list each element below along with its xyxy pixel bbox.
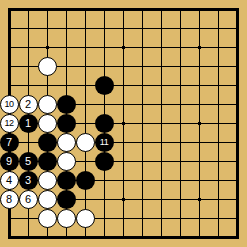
intersection-12-3[interactable] <box>209 38 228 57</box>
intersection-11-3[interactable] <box>190 38 209 57</box>
intersection-6-3[interactable] <box>95 38 114 57</box>
intersection-6-6[interactable] <box>95 95 114 114</box>
intersection-4-5[interactable] <box>57 76 76 95</box>
intersection-10-4[interactable] <box>171 57 190 76</box>
intersection-6-13[interactable] <box>95 228 114 247</box>
intersection-10-6[interactable] <box>171 95 190 114</box>
intersection-2-1[interactable] <box>19 0 38 19</box>
intersection-3-13[interactable] <box>38 228 57 247</box>
intersection-7-3[interactable] <box>114 38 133 57</box>
white-stone <box>57 152 76 171</box>
intersection-11-11[interactable] <box>190 190 209 209</box>
intersection-1-6[interactable]: 10 <box>0 95 19 114</box>
intersection-3-11[interactable] <box>38 190 57 209</box>
intersection-5-4[interactable] <box>76 57 95 76</box>
intersection-13-9[interactable] <box>228 152 247 171</box>
intersection-12-7[interactable] <box>209 114 228 133</box>
intersection-3-3[interactable] <box>38 38 57 57</box>
intersection-12-11[interactable] <box>209 190 228 209</box>
intersection-7-13[interactable] <box>114 228 133 247</box>
intersection-6-2[interactable] <box>95 19 114 38</box>
intersection-13-11[interactable] <box>228 190 247 209</box>
intersection-12-10[interactable] <box>209 171 228 190</box>
intersection-9-12[interactable] <box>152 209 171 228</box>
move-number-label: 1 <box>25 118 31 129</box>
intersection-3-1[interactable] <box>38 0 57 19</box>
intersection-8-9[interactable] <box>133 152 152 171</box>
intersection-13-12[interactable] <box>228 209 247 228</box>
intersection-6-5[interactable] <box>95 76 114 95</box>
black-stone: 11 <box>95 133 114 152</box>
white-stone <box>76 209 95 228</box>
move-number-label: 3 <box>25 175 31 186</box>
intersection-13-8[interactable] <box>228 133 247 152</box>
intersection-7-6[interactable] <box>114 95 133 114</box>
intersection-10-12[interactable] <box>171 209 190 228</box>
intersection-6-8[interactable]: 11 <box>95 133 114 152</box>
intersection-2-6[interactable]: 2 <box>19 95 38 114</box>
intersection-13-10[interactable] <box>228 171 247 190</box>
intersection-4-4[interactable] <box>57 57 76 76</box>
black-stone <box>57 190 76 209</box>
intersection-11-13[interactable] <box>190 228 209 247</box>
intersection-13-13[interactable] <box>228 228 247 247</box>
white-stone <box>38 114 57 133</box>
intersection-10-2[interactable] <box>171 19 190 38</box>
black-stone <box>57 171 76 190</box>
intersection-5-2[interactable] <box>76 19 95 38</box>
intersection-10-9[interactable] <box>171 152 190 171</box>
intersection-3-5[interactable] <box>38 76 57 95</box>
intersection-3-10[interactable] <box>38 171 57 190</box>
intersection-3-8[interactable] <box>38 133 57 152</box>
intersection-3-2[interactable] <box>38 19 57 38</box>
intersection-3-7[interactable] <box>38 114 57 133</box>
intersection-11-7[interactable] <box>190 114 209 133</box>
move-number-label: 6 <box>25 194 31 205</box>
black-stone <box>95 114 114 133</box>
white-stone <box>57 133 76 152</box>
white-stone <box>38 209 57 228</box>
black-stone <box>57 95 76 114</box>
go-board: 102121711954386 <box>0 0 247 247</box>
intersection-13-4[interactable] <box>228 57 247 76</box>
intersection-8-13[interactable] <box>133 228 152 247</box>
intersection-4-3[interactable] <box>57 38 76 57</box>
intersection-11-6[interactable] <box>190 95 209 114</box>
intersection-1-7[interactable]: 12 <box>0 114 19 133</box>
intersection-8-5[interactable] <box>133 76 152 95</box>
intersection-7-11[interactable] <box>114 190 133 209</box>
intersection-7-12[interactable] <box>114 209 133 228</box>
intersection-3-6[interactable] <box>38 95 57 114</box>
black-stone: 3 <box>19 171 38 190</box>
intersection-2-3[interactable] <box>19 38 38 57</box>
intersection-10-1[interactable] <box>171 0 190 19</box>
intersection-11-1[interactable] <box>190 0 209 19</box>
intersection-7-8[interactable] <box>114 133 133 152</box>
intersection-6-10[interactable] <box>95 171 114 190</box>
intersection-11-10[interactable] <box>190 171 209 190</box>
intersection-11-2[interactable] <box>190 19 209 38</box>
intersection-9-8[interactable] <box>152 133 171 152</box>
intersection-7-2[interactable] <box>114 19 133 38</box>
intersection-7-5[interactable] <box>114 76 133 95</box>
intersection-2-11[interactable]: 6 <box>19 190 38 209</box>
move-number-label: 11 <box>100 138 108 147</box>
intersection-1-13[interactable] <box>0 228 19 247</box>
intersection-2-5[interactable] <box>19 76 38 95</box>
intersection-5-13[interactable] <box>76 228 95 247</box>
intersection-4-8[interactable] <box>57 133 76 152</box>
intersection-5-11[interactable] <box>76 190 95 209</box>
intersection-3-12[interactable] <box>38 209 57 228</box>
intersection-2-4[interactable] <box>19 57 38 76</box>
intersection-13-3[interactable] <box>228 38 247 57</box>
white-stone: 10 <box>0 95 19 114</box>
intersection-1-5[interactable] <box>0 76 19 95</box>
intersection-11-5[interactable] <box>190 76 209 95</box>
intersection-5-8[interactable] <box>76 133 95 152</box>
intersection-7-9[interactable] <box>114 152 133 171</box>
intersection-9-6[interactable] <box>152 95 171 114</box>
intersection-2-2[interactable] <box>19 19 38 38</box>
move-number-label: 12 <box>4 119 13 128</box>
intersection-9-13[interactable] <box>152 228 171 247</box>
intersection-7-10[interactable] <box>114 171 133 190</box>
intersection-1-1[interactable] <box>0 0 19 19</box>
intersection-8-6[interactable] <box>133 95 152 114</box>
intersection-8-3[interactable] <box>133 38 152 57</box>
intersection-5-7[interactable] <box>76 114 95 133</box>
white-stone <box>76 133 95 152</box>
move-number-label: 4 <box>6 175 12 186</box>
intersection-4-2[interactable] <box>57 19 76 38</box>
white-stone <box>38 190 57 209</box>
intersection-10-3[interactable] <box>171 38 190 57</box>
intersection-12-12[interactable] <box>209 209 228 228</box>
intersection-6-12[interactable] <box>95 209 114 228</box>
intersection-13-1[interactable] <box>228 0 247 19</box>
intersection-4-1[interactable] <box>57 0 76 19</box>
intersection-1-10[interactable]: 4 <box>0 171 19 190</box>
intersection-13-7[interactable] <box>228 114 247 133</box>
intersection-10-10[interactable] <box>171 171 190 190</box>
intersection-8-7[interactable] <box>133 114 152 133</box>
intersection-5-3[interactable] <box>76 38 95 57</box>
intersection-5-10[interactable] <box>76 171 95 190</box>
intersection-3-4[interactable] <box>38 57 57 76</box>
white-stone <box>38 171 57 190</box>
black-stone: 9 <box>0 152 19 171</box>
intersection-5-1[interactable] <box>76 0 95 19</box>
intersection-8-10[interactable] <box>133 171 152 190</box>
intersection-6-1[interactable] <box>95 0 114 19</box>
black-stone <box>95 152 114 171</box>
intersection-10-13[interactable] <box>171 228 190 247</box>
intersection-1-4[interactable] <box>0 57 19 76</box>
intersection-2-12[interactable] <box>19 209 38 228</box>
intersection-13-6[interactable] <box>228 95 247 114</box>
intersection-4-6[interactable] <box>57 95 76 114</box>
intersection-8-12[interactable] <box>133 209 152 228</box>
white-stone: 2 <box>19 95 38 114</box>
move-number-label: 8 <box>6 194 12 205</box>
intersection-2-10[interactable]: 3 <box>19 171 38 190</box>
white-stone: 4 <box>0 171 19 190</box>
move-number-label: 2 <box>25 99 31 110</box>
intersection-12-2[interactable] <box>209 19 228 38</box>
intersection-8-1[interactable] <box>133 0 152 19</box>
intersection-grid: 102121711954386 <box>0 0 247 247</box>
intersection-12-8[interactable] <box>209 133 228 152</box>
black-stone: 1 <box>19 114 38 133</box>
intersection-2-8[interactable] <box>19 133 38 152</box>
intersection-11-9[interactable] <box>190 152 209 171</box>
intersection-4-13[interactable] <box>57 228 76 247</box>
white-stone: 6 <box>19 190 38 209</box>
move-number-label: 5 <box>25 156 31 167</box>
intersection-1-8[interactable]: 7 <box>0 133 19 152</box>
intersection-10-8[interactable] <box>171 133 190 152</box>
intersection-1-2[interactable] <box>0 19 19 38</box>
intersection-9-11[interactable] <box>152 190 171 209</box>
black-stone: 5 <box>19 152 38 171</box>
intersection-4-9[interactable] <box>57 152 76 171</box>
intersection-9-1[interactable] <box>152 0 171 19</box>
intersection-6-11[interactable] <box>95 190 114 209</box>
intersection-10-7[interactable] <box>171 114 190 133</box>
black-stone <box>95 76 114 95</box>
intersection-9-3[interactable] <box>152 38 171 57</box>
intersection-5-5[interactable] <box>76 76 95 95</box>
intersection-10-11[interactable] <box>171 190 190 209</box>
intersection-8-8[interactable] <box>133 133 152 152</box>
intersection-12-5[interactable] <box>209 76 228 95</box>
intersection-7-1[interactable] <box>114 0 133 19</box>
intersection-4-7[interactable] <box>57 114 76 133</box>
white-stone <box>38 95 57 114</box>
intersection-12-9[interactable] <box>209 152 228 171</box>
move-number-label: 10 <box>4 100 13 109</box>
intersection-5-9[interactable] <box>76 152 95 171</box>
intersection-4-11[interactable] <box>57 190 76 209</box>
intersection-2-9[interactable]: 5 <box>19 152 38 171</box>
intersection-13-5[interactable] <box>228 76 247 95</box>
intersection-13-2[interactable] <box>228 19 247 38</box>
intersection-9-2[interactable] <box>152 19 171 38</box>
intersection-12-13[interactable] <box>209 228 228 247</box>
intersection-1-9[interactable]: 9 <box>0 152 19 171</box>
intersection-2-7[interactable]: 1 <box>19 114 38 133</box>
intersection-9-5[interactable] <box>152 76 171 95</box>
intersection-12-1[interactable] <box>209 0 228 19</box>
intersection-9-10[interactable] <box>152 171 171 190</box>
intersection-2-13[interactable] <box>19 228 38 247</box>
intersection-1-12[interactable] <box>0 209 19 228</box>
intersection-9-7[interactable] <box>152 114 171 133</box>
black-stone <box>38 133 57 152</box>
white-stone: 12 <box>0 114 19 133</box>
intersection-12-4[interactable] <box>209 57 228 76</box>
intersection-4-12[interactable] <box>57 209 76 228</box>
intersection-6-4[interactable] <box>95 57 114 76</box>
intersection-11-8[interactable] <box>190 133 209 152</box>
intersection-1-3[interactable] <box>0 38 19 57</box>
intersection-3-9[interactable] <box>38 152 57 171</box>
move-number-label: 9 <box>6 156 12 167</box>
intersection-5-6[interactable] <box>76 95 95 114</box>
intersection-8-11[interactable] <box>133 190 152 209</box>
intersection-8-2[interactable] <box>133 19 152 38</box>
black-stone: 7 <box>0 133 19 152</box>
intersection-7-7[interactable] <box>114 114 133 133</box>
intersection-8-4[interactable] <box>133 57 152 76</box>
white-stone: 8 <box>0 190 19 209</box>
intersection-12-6[interactable] <box>209 95 228 114</box>
intersection-9-4[interactable] <box>152 57 171 76</box>
intersection-6-9[interactable] <box>95 152 114 171</box>
intersection-6-7[interactable] <box>95 114 114 133</box>
intersection-7-4[interactable] <box>114 57 133 76</box>
black-stone <box>76 171 95 190</box>
intersection-9-9[interactable] <box>152 152 171 171</box>
intersection-5-12[interactable] <box>76 209 95 228</box>
intersection-4-10[interactable] <box>57 171 76 190</box>
black-stone <box>57 114 76 133</box>
white-stone <box>57 209 76 228</box>
white-stone <box>38 57 57 76</box>
move-number-label: 7 <box>6 137 12 148</box>
intersection-11-4[interactable] <box>190 57 209 76</box>
intersection-10-5[interactable] <box>171 76 190 95</box>
intersection-11-12[interactable] <box>190 209 209 228</box>
black-stone <box>38 152 57 171</box>
intersection-1-11[interactable]: 8 <box>0 190 19 209</box>
